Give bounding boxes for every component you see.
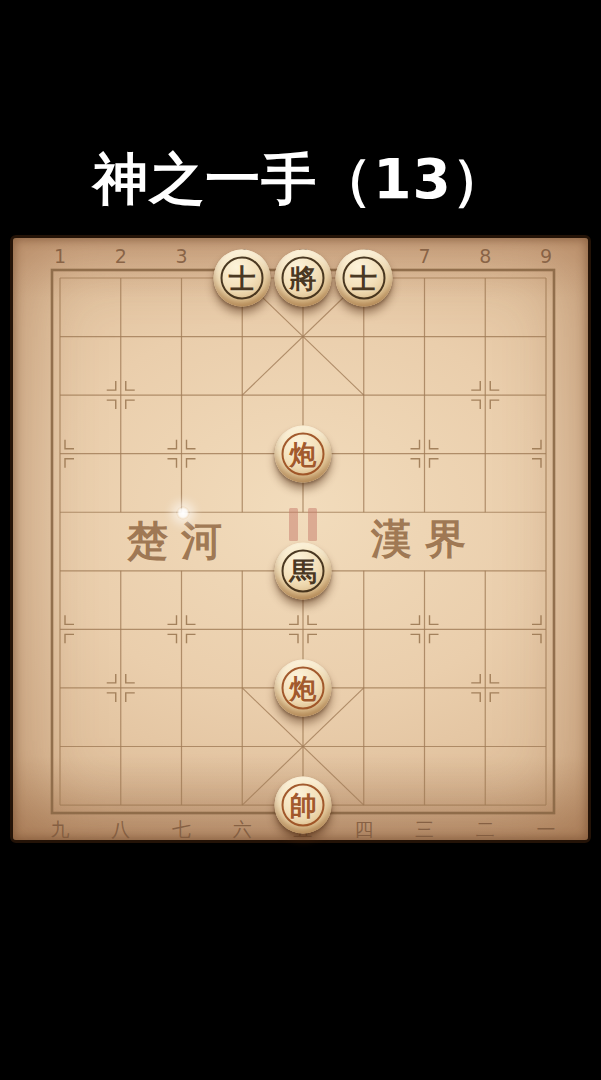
piece-black-general[interactable]: 將 (275, 250, 332, 307)
piece-ring: 將 (282, 257, 325, 300)
piece-red-cannon[interactable]: 炮 (275, 425, 332, 482)
sparkle-effect (177, 507, 190, 520)
file-label-top: 1 (54, 245, 66, 267)
file-label-top: 3 (175, 245, 187, 267)
file-label-bottom: 四 (354, 817, 373, 843)
puzzle-title: 神之一手（13） (0, 143, 601, 217)
piece-ring: 士 (342, 257, 385, 300)
river-label-left: 楚河 (127, 514, 235, 569)
file-label-top: 9 (540, 245, 552, 267)
piece-ring: 帥 (282, 784, 325, 827)
piece-character: 將 (290, 265, 317, 292)
piece-character: 士 (350, 265, 377, 292)
piece-ring: 炮 (282, 432, 325, 475)
xiangqi-board: 123456789 九八七六五四三二一 楚河 漢界 士將士炮馬炮帥 (10, 235, 591, 843)
file-label-bottom: 八 (111, 817, 130, 843)
file-label-top: 7 (418, 245, 430, 267)
piece-black-horse[interactable]: 馬 (275, 542, 332, 599)
file-label-bottom: 一 (537, 817, 556, 843)
piece-character: 士 (229, 265, 256, 292)
video-frame: 神之一手（13） 123456789 九八七六五四三二一 楚河 漢界 士將士炮馬… (0, 0, 601, 1080)
pause-bar (308, 508, 317, 541)
piece-ring: 馬 (282, 549, 325, 592)
piece-ring: 炮 (282, 666, 325, 709)
file-label-top: 2 (115, 245, 127, 267)
file-label-bottom: 三 (415, 817, 434, 843)
file-label-top: 8 (479, 245, 491, 267)
file-label-bottom: 七 (172, 817, 191, 843)
piece-black-advisor[interactable]: 士 (335, 250, 392, 307)
piece-character: 炮 (290, 440, 317, 467)
file-label-bottom: 六 (233, 817, 252, 843)
piece-red-cannon[interactable]: 炮 (275, 659, 332, 716)
file-label-bottom: 二 (476, 817, 495, 843)
piece-character: 帥 (290, 792, 317, 819)
river-label-right: 漢界 (371, 512, 479, 567)
piece-black-advisor[interactable]: 士 (214, 250, 271, 307)
pause-icon[interactable] (289, 508, 317, 541)
pause-bar (289, 508, 298, 541)
piece-character: 炮 (290, 674, 317, 701)
piece-character: 馬 (290, 557, 317, 584)
piece-red-general[interactable]: 帥 (275, 777, 332, 834)
piece-ring: 士 (221, 257, 264, 300)
file-label-bottom: 九 (51, 817, 70, 843)
